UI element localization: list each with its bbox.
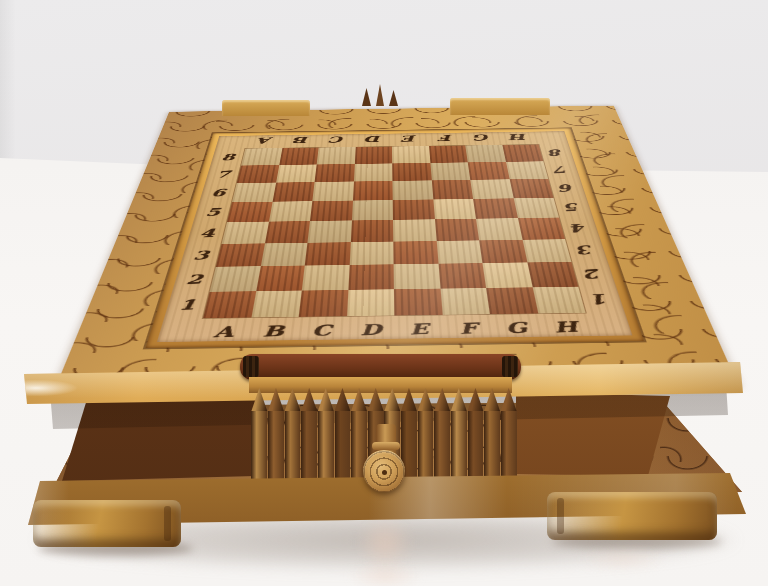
file-label-bottom-h: H: [539, 319, 592, 335]
square-b7: [276, 164, 317, 182]
file-label-top-a: A: [247, 136, 284, 145]
spindle-point: [301, 388, 317, 411]
rank-label-left-6: 6: [201, 187, 235, 198]
square-d4: [350, 220, 393, 242]
square-h6: [509, 179, 553, 198]
square-a8: [241, 148, 282, 165]
drawer-spindle-1: [251, 388, 267, 488]
square-c5: [310, 200, 353, 221]
square-f2: [438, 263, 486, 288]
spindle-body: [285, 411, 301, 488]
square-g6: [470, 179, 513, 198]
rank-label-left-2: 2: [175, 272, 214, 286]
rank-label-right-1: 1: [579, 291, 623, 306]
square-f4: [434, 219, 479, 241]
square-h5: [513, 198, 559, 219]
square-a3: [216, 243, 265, 267]
square-a1: [203, 291, 256, 318]
square-b8: [279, 148, 319, 165]
spindle-body: [251, 411, 267, 488]
photo-scene: 8765432187654321ABCDEFGHABCDEFGH: [0, 0, 768, 586]
square-c8: [317, 147, 356, 164]
chess-board-grid: [203, 144, 585, 318]
file-label-top-b: B: [283, 135, 320, 144]
square-b6: [272, 182, 314, 201]
square-d1: [347, 289, 395, 316]
file-label-bottom-b: B: [247, 323, 297, 339]
square-e5: [393, 199, 435, 220]
square-e2: [394, 264, 440, 289]
square-c7: [315, 164, 355, 182]
drawer-spindle-5: [318, 388, 334, 488]
spindle-point: [401, 388, 417, 411]
spindle-point: [418, 388, 434, 411]
square-d6: [353, 181, 393, 200]
file-label-bottom-c: C: [297, 322, 346, 338]
square-b4: [265, 221, 310, 243]
rank-label-left-3: 3: [182, 249, 220, 262]
square-e8: [392, 146, 430, 163]
square-b1: [251, 290, 302, 317]
file-label-top-f: F: [427, 133, 465, 142]
coordinate-strip: 8765432187654321ABCDEFGHABCDEFGH: [157, 131, 633, 342]
square-g2: [482, 262, 532, 287]
square-d7: [354, 163, 393, 181]
drawer-spindle-16: [501, 388, 517, 488]
square-d5: [351, 200, 392, 221]
spindle-point: [368, 388, 384, 411]
drawer-spindle-13: [451, 388, 467, 488]
spindle-body: [268, 411, 284, 488]
square-a5: [227, 201, 272, 222]
rank-label-left-7: 7: [207, 169, 240, 179]
square-g5: [473, 198, 517, 219]
rank-label-left-4: 4: [189, 227, 225, 240]
drawer-spindle-12: [434, 388, 450, 488]
drawer-spindle-11: [418, 388, 434, 488]
spindle-point: [318, 388, 334, 411]
rank-label-left-5: 5: [195, 206, 230, 218]
rank-label-right-8: 8: [539, 148, 573, 158]
spindle-body: [335, 411, 351, 488]
rank-label-left-1: 1: [167, 297, 208, 312]
bracket-foot-left: [33, 500, 181, 547]
rank-label-right-2: 2: [572, 267, 614, 281]
inner-gold-rim: 8765432187654321ABCDEFGHABCDEFGH: [146, 128, 644, 348]
rank-label-right-7: 7: [544, 164, 579, 174]
square-b5: [268, 201, 312, 222]
file-label-top-c: C: [319, 135, 355, 144]
square-h8: [502, 144, 543, 161]
square-e6: [392, 180, 432, 199]
drawer-spindle-15: [484, 388, 500, 488]
square-h3: [522, 239, 571, 263]
square-a4: [222, 222, 269, 244]
spindle-point: [251, 388, 267, 411]
square-e4: [393, 219, 436, 241]
square-f8: [429, 146, 468, 163]
file-label-bottom-d: D: [346, 322, 395, 338]
spindle-point: [468, 388, 484, 411]
square-h1: [532, 286, 585, 313]
square-b2: [256, 266, 305, 291]
board-top-3d: 8765432187654321ABCDEFGHABCDEFGH: [52, 106, 739, 397]
square-a7: [237, 165, 279, 183]
drawer-spindle-3: [285, 388, 301, 488]
square-d2: [348, 264, 394, 289]
square-b3: [260, 243, 307, 267]
rank-label-left-8: 8: [212, 152, 244, 162]
spindle-point: [501, 388, 517, 411]
square-c1: [299, 290, 348, 317]
spindle-point: [451, 388, 467, 411]
square-f7: [430, 162, 470, 180]
square-g1: [486, 287, 538, 314]
square-e7: [392, 163, 431, 181]
square-c4: [307, 220, 351, 242]
rank-label-right-5: 5: [554, 201, 592, 213]
drawer-spindle-6: [335, 388, 351, 488]
square-c6: [312, 181, 353, 200]
square-d8: [354, 147, 392, 164]
spindle-point: [268, 388, 284, 411]
rank-label-right-6: 6: [549, 182, 585, 193]
square-f1: [440, 288, 490, 315]
spindle-point: [434, 388, 450, 411]
drawer-spindle-2: [268, 388, 284, 488]
spindle-point: [484, 388, 500, 411]
square-f3: [436, 240, 482, 264]
back-corner-tab-right: [450, 98, 550, 115]
spindle-body: [301, 411, 317, 488]
spindle-body: [318, 411, 334, 488]
file-label-top-d: D: [356, 134, 393, 143]
drawer-spindle-4: [301, 388, 317, 488]
file-label-top-h: H: [499, 132, 538, 141]
back-corner-tab-left: [222, 100, 310, 116]
square-e3: [393, 241, 438, 265]
file-label-bottom-f: F: [442, 320, 493, 336]
spindle-point: [351, 388, 367, 411]
square-c3: [305, 242, 351, 266]
spindle-point: [384, 388, 400, 411]
file-label-bottom-g: G: [491, 320, 543, 336]
spindle-point: [335, 388, 351, 411]
square-g7: [468, 162, 510, 180]
square-g4: [476, 218, 522, 240]
spindle-body: [418, 411, 434, 488]
drawer-spindle-14: [468, 388, 484, 488]
square-h7: [505, 161, 548, 179]
square-h2: [527, 262, 578, 287]
square-c2: [302, 265, 349, 290]
square-g3: [479, 240, 527, 264]
square-f6: [431, 180, 473, 199]
carved-border: 8765432187654321ABCDEFGHABCDEFGH: [52, 106, 739, 397]
file-label-top-g: G: [463, 133, 501, 142]
rank-label-right-3: 3: [566, 243, 606, 256]
file-label-bottom-e: E: [394, 321, 444, 337]
square-a6: [232, 183, 276, 202]
square-a2: [210, 266, 261, 291]
square-d3: [349, 241, 393, 265]
rank-label-right-4: 4: [560, 222, 599, 234]
file-label-top-e: E: [391, 134, 428, 143]
square-g8: [465, 145, 505, 162]
bracket-foot-right: [547, 492, 717, 540]
square-h4: [517, 218, 564, 240]
file-label-bottom-a: A: [198, 324, 249, 340]
drawer-knob: [363, 450, 405, 492]
square-f5: [433, 199, 476, 220]
square-e1: [394, 288, 442, 315]
spindle-point: [285, 388, 301, 411]
